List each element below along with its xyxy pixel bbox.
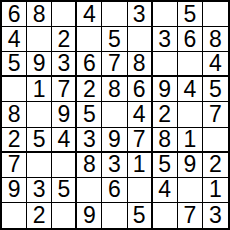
cell-r3c3[interactable]: 3 <box>52 52 77 77</box>
cell-r6c8[interactable]: 1 <box>178 128 203 153</box>
cell-r6c2[interactable]: 5 <box>27 128 52 153</box>
cell-r9c1[interactable] <box>2 203 27 228</box>
cell-r7c7[interactable]: 5 <box>153 153 178 178</box>
cell-r4c8[interactable]: 4 <box>178 77 203 102</box>
cell-r2c1[interactable]: 4 <box>2 27 27 52</box>
cell-r4c1[interactable] <box>2 77 27 102</box>
cell-r1c4[interactable]: 4 <box>77 2 102 27</box>
cell-r6c9[interactable] <box>203 128 228 153</box>
cell-r8c7[interactable]: 4 <box>153 178 178 203</box>
cell-r9c2[interactable]: 2 <box>27 203 52 228</box>
cell-r4c4[interactable]: 2 <box>77 77 102 102</box>
cell-r7c4[interactable]: 8 <box>77 153 102 178</box>
cell-r3c6[interactable]: 8 <box>128 52 153 77</box>
cell-r7c3[interactable] <box>52 153 77 178</box>
cell-r8c9[interactable]: 1 <box>203 178 228 203</box>
cell-r4c7[interactable]: 9 <box>153 77 178 102</box>
cell-r5c2[interactable] <box>27 102 52 127</box>
cell-r3c9[interactable]: 4 <box>203 52 228 77</box>
cell-r4c3[interactable]: 7 <box>52 77 77 102</box>
cell-r9c9[interactable]: 3 <box>203 203 228 228</box>
cell-r3c4[interactable]: 6 <box>77 52 102 77</box>
cell-r1c3[interactable] <box>52 2 77 27</box>
cell-r9c7[interactable] <box>153 203 178 228</box>
sudoku-board: 6843542536859367841728694589542725439781… <box>0 0 230 230</box>
cell-r8c5[interactable]: 6 <box>102 178 127 203</box>
cell-r1c6[interactable]: 3 <box>128 2 153 27</box>
cell-r4c2[interactable]: 1 <box>27 77 52 102</box>
cell-r2c7[interactable]: 3 <box>153 27 178 52</box>
cell-r6c7[interactable]: 8 <box>153 128 178 153</box>
cell-r2c8[interactable]: 6 <box>178 27 203 52</box>
cell-r1c7[interactable] <box>153 2 178 27</box>
cell-r2c5[interactable]: 5 <box>102 27 127 52</box>
cell-r5c5[interactable] <box>102 102 127 127</box>
cell-r7c1[interactable]: 7 <box>2 153 27 178</box>
cell-r8c4[interactable] <box>77 178 102 203</box>
cell-r7c9[interactable]: 2 <box>203 153 228 178</box>
cell-r3c1[interactable]: 5 <box>2 52 27 77</box>
cell-r5c9[interactable]: 7 <box>203 102 228 127</box>
cell-r6c5[interactable]: 9 <box>102 128 127 153</box>
cell-r3c8[interactable] <box>178 52 203 77</box>
cell-r7c6[interactable]: 1 <box>128 153 153 178</box>
cell-r9c6[interactable]: 5 <box>128 203 153 228</box>
cell-r4c6[interactable]: 6 <box>128 77 153 102</box>
cell-r4c5[interactable]: 8 <box>102 77 127 102</box>
cell-r8c1[interactable]: 9 <box>2 178 27 203</box>
cell-r7c2[interactable] <box>27 153 52 178</box>
cell-r6c6[interactable]: 7 <box>128 128 153 153</box>
cell-r2c9[interactable]: 8 <box>203 27 228 52</box>
cell-r7c5[interactable]: 3 <box>102 153 127 178</box>
cell-r6c4[interactable]: 3 <box>77 128 102 153</box>
cell-r8c6[interactable] <box>128 178 153 203</box>
cell-r4c9[interactable]: 5 <box>203 77 228 102</box>
cell-r5c4[interactable]: 5 <box>77 102 102 127</box>
cell-r8c2[interactable]: 3 <box>27 178 52 203</box>
cell-r5c1[interactable]: 8 <box>2 102 27 127</box>
cell-r2c3[interactable]: 2 <box>52 27 77 52</box>
cell-r9c3[interactable] <box>52 203 77 228</box>
cell-r2c6[interactable] <box>128 27 153 52</box>
cell-r8c8[interactable] <box>178 178 203 203</box>
cell-r2c2[interactable] <box>27 27 52 52</box>
cell-r6c1[interactable]: 2 <box>2 128 27 153</box>
cell-r2c4[interactable] <box>77 27 102 52</box>
cell-r5c3[interactable]: 9 <box>52 102 77 127</box>
cell-r8c3[interactable]: 5 <box>52 178 77 203</box>
cell-r9c5[interactable] <box>102 203 127 228</box>
cell-r1c8[interactable]: 5 <box>178 2 203 27</box>
cell-r1c5[interactable] <box>102 2 127 27</box>
cell-r9c4[interactable]: 9 <box>77 203 102 228</box>
cell-r5c7[interactable]: 2 <box>153 102 178 127</box>
cell-r3c7[interactable] <box>153 52 178 77</box>
cell-r7c8[interactable]: 9 <box>178 153 203 178</box>
cell-r1c1[interactable]: 6 <box>2 2 27 27</box>
cell-r5c8[interactable] <box>178 102 203 127</box>
cell-r3c5[interactable]: 7 <box>102 52 127 77</box>
cell-r1c2[interactable]: 8 <box>27 2 52 27</box>
cell-r5c6[interactable]: 4 <box>128 102 153 127</box>
cell-r6c3[interactable]: 4 <box>52 128 77 153</box>
cell-r9c8[interactable]: 7 <box>178 203 203 228</box>
cell-r1c9[interactable] <box>203 2 228 27</box>
cell-r3c2[interactable]: 9 <box>27 52 52 77</box>
